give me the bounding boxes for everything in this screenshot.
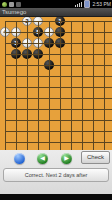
hint-button[interactable]	[14, 153, 25, 164]
status-bar: 2:53 PM	[0, 0, 112, 8]
bottom-strip	[0, 194, 112, 200]
battery-icon	[84, 0, 90, 8]
signal-bars-icon	[75, 2, 82, 7]
download-icon	[16, 2, 21, 7]
forward-button[interactable]: ▶	[61, 153, 72, 164]
title-bar: Tsumego	[0, 8, 112, 17]
board-line-h	[5, 131, 112, 132]
clock: 2:53 PM	[92, 0, 111, 8]
board-line-h	[5, 65, 112, 66]
controls-panel: ◀ ▶ Check Correct. Next 2 days after	[0, 150, 112, 200]
notification-icons	[0, 2, 75, 7]
board-line-h	[5, 98, 112, 99]
right-arrow-icon: ▶	[64, 155, 69, 161]
phone-screen: 2:53 PM Tsumego 21453 ◀ ▶ Check Correct.…	[0, 0, 112, 200]
check-button[interactable]: Check	[81, 151, 110, 164]
usb-icon	[9, 2, 14, 7]
app-notification-icon	[2, 2, 7, 7]
board-line-h	[5, 32, 112, 33]
board-line-h	[5, 43, 112, 44]
board-line-h	[5, 120, 112, 121]
button-row: ◀ ▶ Check	[0, 150, 112, 166]
back-button[interactable]: ◀	[37, 153, 48, 164]
board-line-h	[5, 142, 112, 143]
board-line-h	[5, 54, 112, 55]
status-message: Correct. Next 2 days after	[3, 168, 109, 182]
board-line-h	[5, 87, 112, 88]
board-line-h	[5, 76, 112, 77]
board-line-h	[5, 21, 112, 22]
go-board[interactable]: 21453	[0, 17, 112, 150]
board-line-h	[5, 109, 112, 110]
app-title: Tsumego	[0, 9, 26, 15]
status-icons: 2:53 PM	[75, 0, 112, 8]
left-arrow-icon: ◀	[40, 155, 45, 161]
